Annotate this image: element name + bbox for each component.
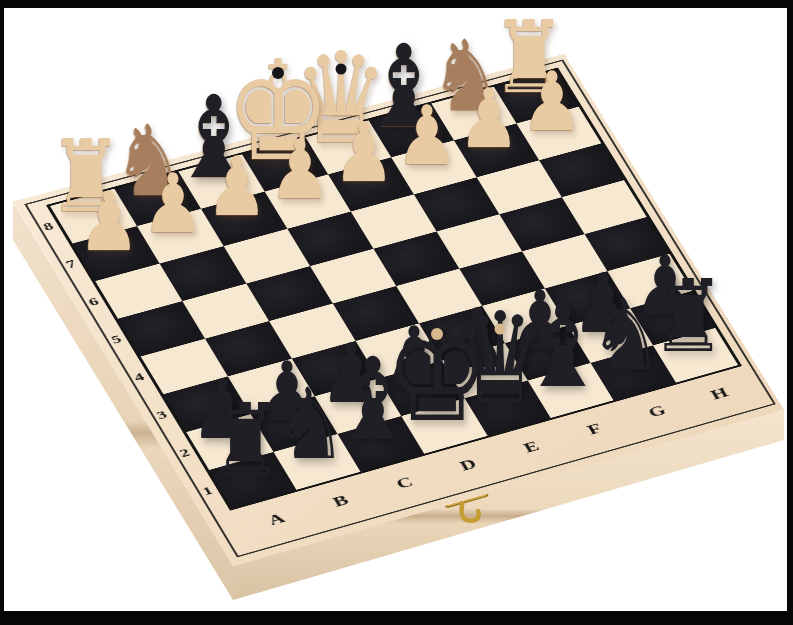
photo-frame-top — [0, 0, 793, 8]
photo-frame-left — [0, 0, 4, 625]
photo-frame-bottom — [0, 611, 793, 625]
product-photo-chess-set: 87654321ABCDEFGH ♜♞♝♚♛♝♞♜♟♟♟♟♟♟♟♟♟♟♟♟♟♟♟… — [0, 0, 793, 625]
photo-frame-right — [787, 0, 793, 625]
